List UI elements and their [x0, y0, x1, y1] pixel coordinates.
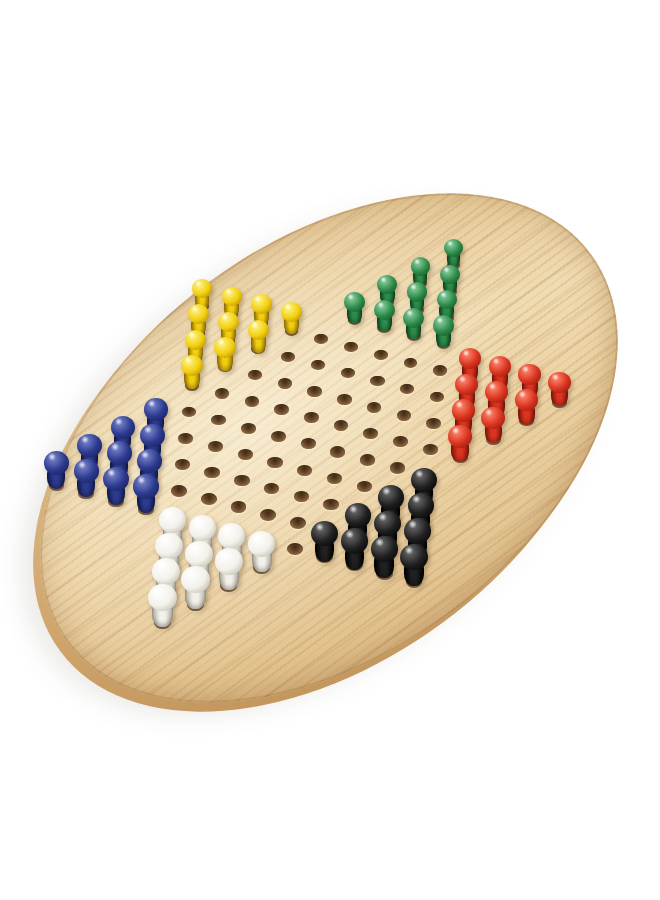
peg-blue[interactable]	[44, 451, 69, 489]
peg-black[interactable]	[311, 521, 338, 562]
hole[interactable]	[238, 449, 253, 460]
peg-head	[378, 485, 404, 510]
peg-head	[455, 374, 478, 396]
hole[interactable]	[330, 446, 345, 457]
peg-head	[181, 566, 209, 593]
peg-head	[248, 531, 275, 557]
peg-green[interactable]	[403, 308, 424, 340]
peg-head	[155, 533, 182, 559]
hole[interactable]	[245, 396, 260, 407]
hole[interactable]	[314, 334, 328, 344]
hole[interactable]	[311, 360, 325, 370]
peg-blue[interactable]	[133, 474, 159, 513]
peg-head	[77, 434, 102, 457]
peg-head	[377, 275, 397, 294]
peg-white[interactable]	[215, 548, 243, 590]
hole[interactable]	[171, 485, 187, 497]
peg-head	[407, 282, 428, 301]
hole[interactable]	[397, 410, 412, 421]
hole[interactable]	[204, 467, 219, 478]
peg-head	[133, 474, 159, 499]
peg-head	[107, 441, 132, 465]
peg-green[interactable]	[433, 315, 454, 348]
peg-head	[44, 451, 69, 475]
hole[interactable]	[178, 433, 193, 444]
peg-head	[192, 279, 212, 298]
peg-black[interactable]	[400, 544, 428, 586]
hole[interactable]	[281, 352, 295, 362]
peg-green[interactable]	[344, 292, 365, 324]
peg-yellow[interactable]	[248, 320, 270, 353]
peg-head	[374, 300, 395, 320]
hole[interactable]	[271, 431, 286, 442]
hole[interactable]	[341, 368, 355, 378]
hole[interactable]	[367, 402, 382, 413]
peg-head	[189, 515, 216, 541]
hole[interactable]	[201, 493, 217, 505]
peg-head	[281, 302, 302, 322]
peg-head	[148, 584, 177, 611]
peg-head	[344, 292, 365, 312]
peg-head	[181, 355, 204, 376]
peg-yellow[interactable]	[181, 355, 204, 389]
peg-head	[374, 511, 401, 536]
peg-head	[152, 558, 180, 585]
peg-head	[437, 290, 458, 310]
peg-head	[371, 536, 399, 562]
hole[interactable]	[307, 386, 321, 397]
peg-yellow[interactable]	[214, 337, 236, 371]
peg-head	[218, 523, 245, 549]
peg-red[interactable]	[481, 407, 505, 443]
peg-head	[433, 315, 454, 335]
peg-head	[103, 467, 129, 491]
hole[interactable]	[370, 376, 384, 387]
peg-head	[341, 528, 368, 554]
peg-head	[111, 416, 135, 439]
peg-head	[140, 424, 164, 447]
peg-head	[411, 257, 431, 276]
peg-yellow[interactable]	[281, 302, 302, 334]
peg-black[interactable]	[341, 528, 368, 569]
peg-head	[548, 372, 571, 394]
peg-head	[440, 265, 460, 284]
peg-head	[222, 287, 243, 307]
hole[interactable]	[267, 457, 282, 468]
peg-head	[137, 449, 162, 473]
hole[interactable]	[278, 378, 292, 389]
peg-head	[74, 459, 99, 483]
hole[interactable]	[234, 475, 250, 487]
hole[interactable]	[304, 412, 319, 423]
peg-head	[159, 507, 186, 532]
peg-red[interactable]	[548, 372, 571, 407]
peg-white[interactable]	[248, 531, 275, 573]
peg-blue[interactable]	[74, 459, 99, 498]
peg-blue[interactable]	[103, 467, 129, 506]
peg-head	[311, 521, 338, 547]
peg-head	[188, 304, 209, 324]
hole[interactable]	[404, 358, 418, 368]
peg-head	[408, 493, 434, 518]
peg-head	[459, 348, 481, 369]
hole[interactable]	[344, 342, 358, 352]
hole[interactable]	[390, 462, 405, 473]
hole[interactable]	[215, 388, 229, 399]
product-photo-stage	[0, 0, 660, 900]
hole[interactable]	[426, 418, 441, 429]
peg-head	[448, 425, 472, 448]
hole[interactable]	[357, 481, 373, 493]
peg-white[interactable]	[181, 566, 209, 609]
hole[interactable]	[274, 404, 289, 415]
peg-head	[251, 294, 272, 314]
peg-head	[400, 544, 428, 570]
peg-black[interactable]	[371, 536, 399, 578]
peg-head	[452, 399, 476, 422]
hole[interactable]	[433, 365, 447, 375]
hole[interactable]	[231, 501, 247, 513]
peg-red[interactable]	[448, 425, 472, 462]
hole[interactable]	[360, 454, 375, 465]
peg-head	[345, 503, 372, 528]
peg-head	[248, 320, 270, 340]
peg-white[interactable]	[148, 584, 177, 628]
hole[interactable]	[208, 441, 223, 452]
peg-head	[144, 398, 168, 421]
hole[interactable]	[241, 423, 256, 434]
peg-head	[215, 548, 243, 574]
peg-green[interactable]	[374, 300, 395, 332]
peg-head	[411, 468, 437, 492]
peg-head	[185, 541, 213, 567]
peg-head	[185, 330, 207, 351]
hole[interactable]	[374, 350, 388, 360]
peg-head	[404, 518, 431, 544]
peg-red[interactable]	[515, 389, 538, 425]
peg-head	[403, 308, 424, 328]
hole[interactable]	[337, 394, 351, 405]
peg-head	[444, 239, 463, 257]
